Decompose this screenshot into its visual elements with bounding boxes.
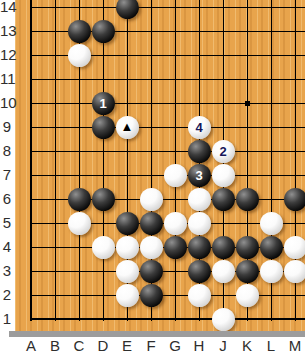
col-label-H: H: [189, 337, 209, 354]
stone-black-J4: [212, 236, 235, 259]
stone-white-H6: [188, 188, 211, 211]
grid-line-h-2: [31, 295, 305, 296]
col-label-D: D: [93, 337, 113, 354]
stone-white-M4: [284, 236, 306, 259]
row-label-2: 2: [0, 286, 14, 304]
stone-white-J7: [212, 164, 235, 187]
stone-white-H5: [188, 212, 211, 235]
stone-black-E5: [116, 212, 139, 235]
col-label-F: F: [141, 337, 161, 354]
stone-black-D13: [92, 20, 115, 43]
stone-white-F4: [140, 236, 163, 259]
stone-move-number: 4: [195, 121, 202, 134]
row-label-6: 6: [0, 190, 14, 208]
stone-white-E4: [116, 236, 139, 259]
grid-line-v-D: [103, 0, 104, 321]
stone-black-K6: [236, 188, 259, 211]
stone-white-J8: 2: [212, 140, 235, 163]
row-label-4: 4: [0, 238, 14, 256]
stone-black-H7: 3: [188, 164, 211, 187]
col-label-B: B: [45, 337, 65, 354]
grid-line-v-A: [30, 0, 32, 321]
stone-black-F5: [140, 212, 163, 235]
row-label-11: 11: [0, 70, 14, 88]
row-label-1: 1: [0, 310, 14, 328]
stone-black-F2: [140, 284, 163, 307]
grid-line-h-9: [31, 127, 305, 128]
stone-move-number: 1: [99, 97, 106, 110]
stone-black-D10: 1: [92, 92, 115, 115]
col-label-M: M: [285, 337, 305, 354]
grid-line-h-11: [31, 79, 305, 80]
stone-black-G4: [164, 236, 187, 259]
stone-white-L5: [260, 212, 283, 235]
row-label-13: 13: [0, 22, 14, 40]
row-label-10: 10: [0, 94, 14, 112]
stone-move-number: 3: [195, 169, 202, 182]
stone-white-H9: 4: [188, 116, 211, 139]
stone-white-G7: [164, 164, 187, 187]
stone-black-D6: [92, 188, 115, 211]
stone-black-H3: [188, 260, 211, 283]
stone-white-G5: [164, 212, 187, 235]
stone-white-K2: [236, 284, 259, 307]
stone-white-C5: [68, 212, 91, 235]
row-label-14: 14: [0, 0, 14, 16]
stone-white-D4: [92, 236, 115, 259]
stone-black-K3: [236, 260, 259, 283]
star-point-K10: [245, 101, 250, 106]
go-board[interactable]: 1▲423: [15, 0, 305, 331]
row-label-12: 12: [0, 46, 14, 64]
stone-white-J1: [212, 308, 235, 331]
stone-black-D9: [92, 116, 115, 139]
go-diagram: 1▲423 1413121110987654321 ABCDEFGHJKLM: [0, 0, 305, 356]
stone-black-L4: [260, 236, 283, 259]
col-label-G: G: [165, 337, 185, 354]
grid-line-h-10: [31, 103, 305, 104]
stone-black-C13: [68, 20, 91, 43]
col-label-J: J: [213, 337, 233, 354]
row-label-7: 7: [0, 166, 14, 184]
col-label-E: E: [117, 337, 137, 354]
stone-white-E3: [116, 260, 139, 283]
stone-white-M3: [284, 260, 306, 283]
stone-white-C12: [68, 44, 91, 67]
grid-line-h-8: [31, 151, 305, 152]
grid-line-v-B: [55, 0, 56, 321]
stone-black-F3: [140, 260, 163, 283]
stone-black-H4: [188, 236, 211, 259]
stone-white-J3: [212, 260, 235, 283]
stone-black-J6: [212, 188, 235, 211]
stone-white-L3: [260, 260, 283, 283]
stone-white-E2: [116, 284, 139, 307]
col-label-C: C: [69, 337, 89, 354]
stone-black-K4: [236, 236, 259, 259]
grid-line-v-G: [175, 0, 176, 321]
col-label-A: A: [21, 337, 41, 354]
grid-line-h-1: [30, 318, 305, 320]
col-label-L: L: [261, 337, 281, 354]
stone-move-number: 2: [219, 145, 226, 158]
stone-white-E9: ▲: [116, 116, 139, 139]
row-label-3: 3: [0, 262, 14, 280]
row-label-9: 9: [0, 118, 14, 136]
stone-white-F6: [140, 188, 163, 211]
stone-black-C6: [68, 188, 91, 211]
stone-black-H8: [188, 140, 211, 163]
row-label-5: 5: [0, 214, 14, 232]
triangle-mark-icon: ▲: [121, 120, 134, 133]
grid-line-h-14: [31, 7, 305, 8]
stone-black-M6: [284, 188, 306, 211]
stone-white-H2: [188, 284, 211, 307]
col-label-K: K: [237, 337, 257, 354]
row-label-8: 8: [0, 142, 14, 160]
stone-black-E14: [116, 0, 139, 19]
